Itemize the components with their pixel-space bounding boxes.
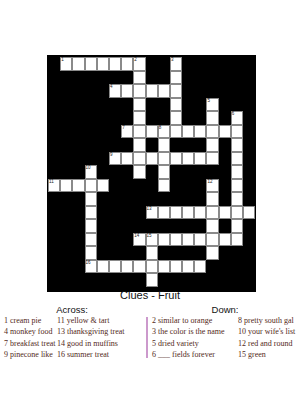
clue-line: 4 monkey food [4, 326, 56, 337]
grid-cell[interactable]: 8 [158, 125, 170, 139]
grid-cell[interactable] [146, 125, 158, 139]
grid-cell[interactable] [182, 260, 194, 274]
grid-cell[interactable] [85, 206, 97, 220]
grid-cell[interactable] [243, 206, 255, 220]
grid-cell[interactable] [60, 179, 72, 193]
grid-cell[interactable] [133, 98, 145, 112]
grid-cell[interactable] [206, 138, 218, 152]
clue-line: 13 thanksgiving treat [57, 326, 125, 337]
grid-cell[interactable] [231, 165, 243, 179]
grid-cell[interactable]: 16 [85, 260, 97, 274]
grid-cell[interactable]: 2 [133, 57, 145, 71]
clue-line: 2 similar to orange [152, 315, 225, 326]
grid-cell[interactable]: 11 [48, 179, 60, 193]
grid-cell[interactable] [133, 260, 145, 274]
grid-cell[interactable]: 10 [85, 165, 97, 179]
grid-cell[interactable] [194, 233, 206, 247]
grid-cell[interactable] [206, 219, 218, 233]
grid-cell[interactable] [170, 125, 182, 139]
grid-cell[interactable] [158, 84, 170, 98]
clue-number: 13 [147, 206, 152, 211]
grid-cell[interactable] [194, 260, 206, 274]
grid-cell[interactable] [170, 111, 182, 125]
clue-line: 3 the color is the name [152, 326, 225, 337]
grid-cell[interactable] [97, 179, 109, 193]
grid-cell[interactable] [121, 260, 133, 274]
clue-line: 12 red and round [238, 338, 295, 349]
clue-number: 11 [49, 179, 54, 184]
down-header: Down: [185, 304, 265, 315]
grid-cell[interactable] [158, 152, 170, 166]
clue-line: 15 green [238, 349, 295, 360]
grid-cell[interactable] [194, 206, 206, 220]
grid-cell[interactable] [85, 192, 97, 206]
grid-cell[interactable] [182, 206, 194, 220]
clue-line: 1 cream pie [4, 315, 56, 326]
grid-cell[interactable] [206, 206, 218, 220]
grid-cell[interactable]: 13 [146, 206, 158, 220]
clue-line: 7 breakfast treat [4, 338, 56, 349]
grid-cell[interactable] [206, 125, 218, 139]
clue-line: 16 summer treat [57, 349, 125, 360]
grid-cell[interactable] [170, 233, 182, 247]
grid-cell[interactable] [146, 84, 158, 98]
grid-cell[interactable] [231, 219, 243, 233]
grid-cell[interactable] [231, 179, 243, 193]
grid-cell[interactable] [109, 260, 121, 274]
grid-cell[interactable] [72, 57, 84, 71]
crossword-board: 12345678910111213141516 [47, 55, 256, 292]
clue-line: 5 dried variety [152, 338, 225, 349]
grid-cell[interactable] [109, 57, 121, 71]
clue-number: 9 [110, 152, 113, 157]
grid-cell[interactable] [170, 71, 182, 85]
grid-cell[interactable]: 3 [170, 57, 182, 71]
grid-cell[interactable] [146, 152, 158, 166]
grid-cell[interactable] [133, 138, 145, 152]
grid-cell[interactable] [158, 138, 170, 152]
grid-cell[interactable]: 5 [206, 98, 218, 112]
grid-cell[interactable] [133, 165, 145, 179]
grid-cell[interactable] [146, 260, 158, 274]
grid-cell[interactable] [206, 111, 218, 125]
clue-number: 4 [110, 84, 113, 89]
grid-cell[interactable] [194, 125, 206, 139]
puzzle-title: Clues - Fruit [0, 289, 300, 301]
grid-cell[interactable] [231, 125, 243, 139]
grid-cell[interactable] [146, 246, 158, 260]
grid-cell[interactable] [158, 260, 170, 274]
grid-cell[interactable] [158, 179, 170, 193]
grid-cell[interactable] [72, 179, 84, 193]
clue-number: 8 [159, 125, 162, 130]
grid-cell[interactable]: 9 [109, 152, 121, 166]
grid-cell[interactable] [97, 57, 109, 71]
clue-number: 16 [86, 260, 91, 265]
grid-cell[interactable] [170, 260, 182, 274]
clue-number: 10 [86, 165, 91, 170]
clue-number: 1 [61, 57, 64, 62]
grid-cell[interactable] [182, 125, 194, 139]
grid-cell[interactable] [206, 152, 218, 166]
grid-cell[interactable] [206, 233, 218, 247]
clue-number: 12 [207, 179, 212, 184]
grid-cell[interactable] [231, 233, 243, 247]
clue-line: 11 yellow & tart [57, 315, 125, 326]
grid-cell[interactable] [158, 233, 170, 247]
grid-cell[interactable] [206, 246, 218, 260]
grid-cell[interactable]: 12 [206, 179, 218, 193]
grid-cell[interactable] [85, 246, 97, 260]
clue-line: 14 good in muffins [57, 338, 125, 349]
grid-cell[interactable] [170, 152, 182, 166]
clue-number: 2 [134, 57, 137, 62]
clue-line: 8 pretty south gal [238, 315, 295, 326]
grid-cell[interactable]: 6 [231, 111, 243, 125]
clues-divider [146, 317, 148, 358]
grid-cell[interactable]: 4 [109, 84, 121, 98]
clue-number: 6 [232, 111, 235, 116]
clue-line: 10 your wife's list [238, 326, 295, 337]
clue-number: 5 [207, 98, 210, 103]
grid-cell[interactable] [170, 206, 182, 220]
grid-cell[interactable] [85, 57, 97, 71]
grid-cell[interactable] [133, 84, 145, 98]
grid-cell[interactable] [121, 57, 133, 71]
grid-cell[interactable]: 15 [146, 233, 158, 247]
grid-cell[interactable] [97, 260, 109, 274]
grid-cell[interactable] [206, 192, 218, 206]
clue-number: 7 [122, 125, 125, 130]
grid-cell[interactable] [158, 165, 170, 179]
grid-cell[interactable]: 7 [121, 125, 133, 139]
grid-cell[interactable] [219, 233, 231, 247]
grid-cell[interactable] [170, 84, 182, 98]
grid-cell[interactable] [231, 138, 243, 152]
grid-cell[interactable]: 14 [133, 233, 145, 247]
grid-cell[interactable] [182, 152, 194, 166]
grid-cell[interactable] [133, 111, 145, 125]
grid-cell[interactable]: 1 [60, 57, 72, 71]
grid-cell[interactable] [85, 233, 97, 247]
grid-cell[interactable] [158, 206, 170, 220]
grid-cell[interactable] [121, 152, 133, 166]
grid-cell[interactable] [133, 152, 145, 166]
clue-number: 14 [134, 233, 139, 238]
down-clues-column-2: 8 pretty south gal10 your wife's list12 … [238, 315, 295, 360]
grid-cell[interactable] [219, 125, 231, 139]
across-clues-column-1: 1 cream pie4 monkey food7 breakfast trea… [4, 315, 56, 360]
grid-cell[interactable] [231, 206, 243, 220]
grid-cell[interactable] [182, 233, 194, 247]
clue-number: 3 [171, 57, 174, 62]
grid-cell[interactable] [194, 152, 206, 166]
grid-cell[interactable] [146, 273, 158, 287]
down-clues-column-1: 2 similar to orange3 the color is the na… [152, 315, 225, 360]
grid-cell[interactable] [231, 192, 243, 206]
grid-cell[interactable] [85, 179, 97, 193]
across-clues-column-2: 11 yellow & tart13 thanksgiving treat14 … [57, 315, 125, 360]
grid-cell[interactable] [170, 98, 182, 112]
clue-line: 6 ___ fields forever [152, 349, 225, 360]
clue-line: 9 pinecone like [4, 349, 56, 360]
grid-cell[interactable] [133, 125, 145, 139]
grid-cell[interactable] [231, 152, 243, 166]
grid-cell[interactable] [133, 71, 145, 85]
grid-cell[interactable] [219, 206, 231, 220]
crossword-grid: 12345678910111213141516 [48, 57, 255, 287]
grid-cell[interactable] [85, 219, 97, 233]
clue-number: 15 [147, 233, 152, 238]
across-header: Across: [32, 304, 112, 315]
grid-cell[interactable] [121, 84, 133, 98]
